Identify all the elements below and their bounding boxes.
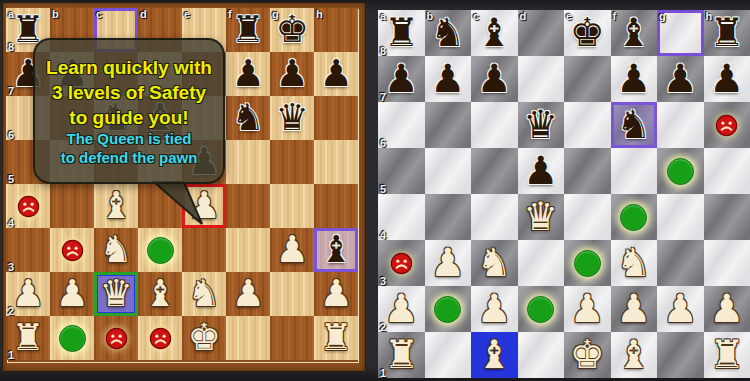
piece-black-pawn[interactable]: ♟	[616, 56, 651, 102]
app-window: a8♜bcdef♜g♚h7♟♟♟♟♟6♞♝♞♛5♟4♝♟3♞♟♝2♟♟♛♝♞♟♟…	[0, 0, 750, 381]
piece-white-pawn[interactable]: ♟	[319, 272, 352, 316]
green-safe-dot-icon	[667, 158, 694, 185]
square-d8[interactable]: d	[518, 10, 565, 56]
piece-black-bishop[interactable]: ♝	[616, 10, 651, 56]
piece-white-bishop[interactable]: ♝	[477, 332, 512, 378]
file-label-c: c	[96, 8, 102, 20]
square-b7[interactable]: ♟	[425, 56, 472, 102]
piece-white-queen[interactable]: ♛	[523, 194, 558, 240]
file-label-e: e	[184, 8, 190, 20]
file-label-d: d	[520, 10, 527, 22]
bubble-tail	[140, 181, 210, 227]
square-h2[interactable]: ♟	[314, 272, 358, 316]
square-f8[interactable]: f♝	[611, 10, 658, 56]
square-f5[interactable]	[226, 140, 270, 184]
piece-black-pawn[interactable]: ♟	[384, 56, 419, 102]
right-board: a8♜b♞c♝de♚f♝gh♜7♟♟♟♟♟♟6♛♞5♟4♛3♟♞♞2♟♟♟♟♟♟…	[378, 10, 750, 378]
tutorial-bubble: Learn quickly with 3 levels of Safety to…	[33, 38, 225, 184]
square-c2[interactable]: ♛	[94, 272, 138, 316]
square-g6[interactable]: ♛	[270, 96, 314, 140]
square-b3[interactable]	[50, 228, 94, 272]
piece-white-pawn[interactable]: ♟	[384, 286, 419, 332]
square-d1[interactable]	[138, 316, 182, 360]
square-a2[interactable]: 2♟	[378, 286, 425, 332]
square-a3[interactable]: 3	[6, 228, 50, 272]
frown-safety-icon	[105, 327, 128, 350]
file-label-g: g	[659, 10, 666, 22]
square-c7[interactable]: ♟	[471, 56, 518, 102]
piece-white-pawn[interactable]: ♟	[663, 286, 698, 332]
square-h5[interactable]	[314, 140, 358, 184]
square-h4[interactable]	[314, 184, 358, 228]
file-label-h: h	[316, 8, 323, 20]
piece-black-pawn[interactable]: ♟	[231, 52, 264, 96]
square-h5[interactable]	[704, 148, 750, 194]
square-h3[interactable]: ♝	[314, 228, 358, 272]
square-g1[interactable]	[270, 316, 314, 360]
square-a3[interactable]: 3	[378, 240, 425, 286]
square-d7[interactable]	[518, 56, 565, 102]
square-c1[interactable]	[94, 316, 138, 360]
square-g5[interactable]	[270, 140, 314, 184]
square-f8[interactable]: f♜	[226, 8, 270, 52]
square-e2[interactable]: ♟	[564, 286, 611, 332]
file-label-b: b	[52, 8, 59, 20]
square-a1[interactable]: 1♜	[6, 316, 50, 360]
bubble-line: 3 levels of Safety	[35, 80, 223, 105]
square-f5[interactable]	[611, 148, 658, 194]
piece-white-pawn[interactable]: ♟	[231, 272, 264, 316]
piece-white-pawn[interactable]: ♟	[570, 286, 605, 332]
square-b4[interactable]	[425, 194, 472, 240]
piece-white-pawn[interactable]: ♟	[709, 286, 744, 332]
square-g7[interactable]: ♟	[657, 56, 704, 102]
frown-safety-icon	[17, 195, 40, 218]
square-e7[interactable]	[564, 56, 611, 102]
piece-black-rook[interactable]: ♜	[231, 8, 264, 52]
piece-black-knight[interactable]: ♞	[231, 96, 264, 140]
square-g8[interactable]: g♚	[270, 8, 314, 52]
square-f3[interactable]: ♞	[611, 240, 658, 286]
square-a7[interactable]: 7♟	[378, 56, 425, 102]
square-f3[interactable]	[226, 228, 270, 272]
square-e1[interactable]: ♚	[564, 332, 611, 378]
square-c5[interactable]	[471, 148, 518, 194]
frown-safety-icon	[715, 114, 738, 137]
piece-white-bishop[interactable]: ♝	[616, 332, 651, 378]
bubble-line: The Queen is tied	[35, 130, 223, 149]
piece-black-knight[interactable]: ♞	[430, 10, 465, 56]
square-g3[interactable]	[657, 240, 704, 286]
square-g5[interactable]	[657, 148, 704, 194]
square-f7[interactable]: ♟	[611, 56, 658, 102]
square-f4[interactable]	[611, 194, 658, 240]
piece-white-knight[interactable]: ♞	[187, 272, 220, 316]
square-d1[interactable]	[518, 332, 565, 378]
square-d2[interactable]: ♝	[138, 272, 182, 316]
square-h7[interactable]: ♟	[704, 56, 750, 102]
square-d5[interactable]: ♟	[518, 148, 565, 194]
piece-black-pawn[interactable]: ♟	[709, 56, 744, 102]
square-e3[interactable]	[564, 240, 611, 286]
piece-white-bishop[interactable]: ♝	[143, 272, 176, 316]
square-c2[interactable]: ♟	[471, 286, 518, 332]
square-g3[interactable]: ♟	[270, 228, 314, 272]
square-d2[interactable]	[518, 286, 565, 332]
green-safe-dot-icon	[147, 237, 174, 264]
piece-black-pawn[interactable]: ♟	[477, 56, 512, 102]
square-d3[interactable]	[518, 240, 565, 286]
square-g7[interactable]: ♟	[270, 52, 314, 96]
square-e5[interactable]	[564, 148, 611, 194]
file-label-d: d	[140, 8, 147, 20]
square-g6[interactable]	[657, 102, 704, 148]
square-b6[interactable]	[425, 102, 472, 148]
square-a1[interactable]: 1♜	[378, 332, 425, 378]
piece-white-rook[interactable]: ♜	[709, 332, 744, 378]
square-e3[interactable]	[182, 228, 226, 272]
square-g2[interactable]: ♟	[657, 286, 704, 332]
piece-white-bishop[interactable]: ♝	[99, 184, 132, 228]
green-safe-dot-icon	[574, 250, 601, 277]
square-f4[interactable]	[226, 184, 270, 228]
piece-white-king[interactable]: ♚	[187, 316, 220, 360]
piece-black-rook[interactable]: ♜	[709, 10, 744, 56]
square-f7[interactable]: ♟	[226, 52, 270, 96]
square-g8[interactable]: g	[657, 10, 704, 56]
piece-black-knight[interactable]: ♞	[616, 102, 651, 148]
square-c6[interactable]	[471, 102, 518, 148]
square-h1[interactable]: ♜	[314, 316, 358, 360]
square-b8[interactable]: b♞	[425, 10, 472, 56]
piece-white-pawn[interactable]: ♟	[275, 228, 308, 272]
square-h7[interactable]: ♟	[314, 52, 358, 96]
piece-black-pawn[interactable]: ♟	[275, 52, 308, 96]
square-c4[interactable]: ♝	[94, 184, 138, 228]
piece-black-pawn[interactable]: ♟	[663, 56, 698, 102]
square-b2[interactable]: ♟	[50, 272, 94, 316]
piece-black-rook[interactable]: ♜	[384, 10, 419, 56]
piece-black-pawn[interactable]: ♟	[430, 56, 465, 102]
square-h6[interactable]	[704, 102, 750, 148]
square-f2[interactable]: ♟	[611, 286, 658, 332]
square-e6[interactable]	[564, 102, 611, 148]
bubble-line: to defend the pawn	[35, 149, 223, 168]
square-c1[interactable]: ♝	[471, 332, 518, 378]
piece-white-pawn[interactable]: ♟	[55, 272, 88, 316]
square-c3[interactable]: ♞	[94, 228, 138, 272]
piece-black-queen[interactable]: ♛	[275, 96, 308, 140]
square-e8[interactable]: e♚	[564, 10, 611, 56]
square-a4[interactable]: 4	[6, 184, 50, 228]
square-b4[interactable]	[50, 184, 94, 228]
square-h4[interactable]	[704, 194, 750, 240]
square-f1[interactable]: ♝	[611, 332, 658, 378]
piece-white-pawn[interactable]: ♟	[11, 272, 44, 316]
piece-white-knight[interactable]: ♞	[477, 240, 512, 286]
green-safe-dot-icon	[434, 296, 461, 323]
square-c4[interactable]	[471, 194, 518, 240]
frown-safety-icon	[61, 239, 84, 262]
piece-white-pawn[interactable]: ♟	[430, 240, 465, 286]
square-f6[interactable]: ♞	[611, 102, 658, 148]
piece-white-knight[interactable]: ♞	[99, 228, 132, 272]
piece-black-bishop[interactable]: ♝	[319, 228, 352, 272]
square-f2[interactable]: ♟	[226, 272, 270, 316]
square-d4[interactable]: ♛	[518, 194, 565, 240]
piece-black-queen[interactable]: ♛	[523, 102, 558, 148]
bubble-line: to guide you!	[35, 105, 223, 130]
piece-black-bishop[interactable]: ♝	[477, 10, 512, 56]
square-b3[interactable]: ♟	[425, 240, 472, 286]
square-a6[interactable]: 6	[378, 102, 425, 148]
frown-safety-icon	[390, 252, 413, 275]
piece-black-pawn[interactable]: ♟	[319, 52, 352, 96]
square-g2[interactable]	[270, 272, 314, 316]
square-b5[interactable]	[425, 148, 472, 194]
green-safe-dot-icon	[527, 296, 554, 323]
square-f1[interactable]	[226, 316, 270, 360]
piece-black-pawn[interactable]: ♟	[523, 148, 558, 194]
square-a8[interactable]: a8♜	[378, 10, 425, 56]
square-d3[interactable]	[138, 228, 182, 272]
piece-white-rook[interactable]: ♜	[319, 316, 352, 360]
square-c3[interactable]: ♞	[471, 240, 518, 286]
green-safe-dot-icon	[620, 204, 647, 231]
square-d6[interactable]: ♛	[518, 102, 565, 148]
square-f6[interactable]: ♞	[226, 96, 270, 140]
square-a2[interactable]: 2♟	[6, 272, 50, 316]
piece-white-knight[interactable]: ♞	[616, 240, 651, 286]
square-h1[interactable]: ♜	[704, 332, 750, 378]
frown-safety-icon	[149, 327, 172, 350]
square-h2[interactable]: ♟	[704, 286, 750, 332]
piece-white-queen[interactable]: ♛	[99, 272, 132, 316]
square-g4[interactable]	[657, 194, 704, 240]
piece-white-rook[interactable]: ♜	[11, 316, 44, 360]
green-safe-dot-icon	[59, 325, 86, 352]
piece-black-king[interactable]: ♚	[570, 10, 605, 56]
piece-white-rook[interactable]: ♜	[384, 332, 419, 378]
square-c8[interactable]: c♝	[471, 10, 518, 56]
square-b2[interactable]	[425, 286, 472, 332]
square-h8[interactable]: h	[314, 8, 358, 52]
piece-white-pawn[interactable]: ♟	[616, 286, 651, 332]
square-g1[interactable]	[657, 332, 704, 378]
square-b1[interactable]	[425, 332, 472, 378]
square-h3[interactable]	[704, 240, 750, 286]
square-h6[interactable]	[314, 96, 358, 140]
square-e2[interactable]: ♞	[182, 272, 226, 316]
piece-black-king[interactable]: ♚	[275, 8, 308, 52]
square-g4[interactable]	[270, 184, 314, 228]
bubble-line: Learn quickly with	[35, 55, 223, 80]
square-h8[interactable]: h♜	[704, 10, 750, 56]
square-a4[interactable]: 4	[378, 194, 425, 240]
square-b1[interactable]	[50, 316, 94, 360]
piece-white-king[interactable]: ♚	[570, 332, 605, 378]
square-a5[interactable]: 5	[378, 148, 425, 194]
piece-white-pawn[interactable]: ♟	[477, 286, 512, 332]
square-e4[interactable]	[564, 194, 611, 240]
square-e1[interactable]: ♚	[182, 316, 226, 360]
